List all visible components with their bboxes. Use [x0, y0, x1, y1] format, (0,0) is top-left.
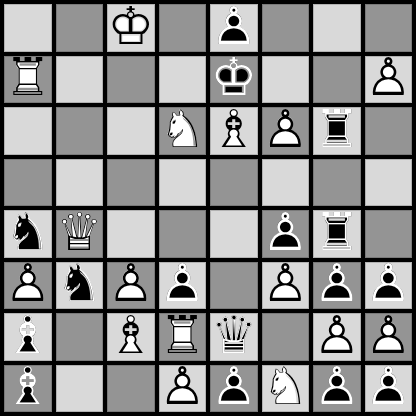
piece-outline-glyph: ♕ — [210, 313, 257, 361]
black-pawn-piece: ♟♙ — [210, 4, 258, 52]
square-d4[interactable] — [159, 210, 207, 258]
square-d6[interactable]: ♞♘ — [159, 107, 207, 155]
square-e6[interactable]: ♝♗ — [210, 107, 258, 155]
black-knight-piece: ♞♘ — [56, 262, 104, 310]
piece-outline-glyph: ♙ — [365, 365, 412, 413]
square-f4[interactable]: ♟♙ — [262, 210, 310, 258]
square-h8[interactable] — [365, 4, 413, 52]
black-bishop-piece: ♝♗ — [4, 365, 52, 413]
square-d8[interactable] — [159, 4, 207, 52]
square-a3[interactable]: ♟♙ — [4, 262, 52, 310]
white-pawn-piece: ♟♙ — [4, 262, 52, 310]
chess-board: ♚♔♟♙♜♖♚♔♟♙♞♘♝♗♟♙♜♖♞♘♛♕♟♙♜♖♟♙♞♘♟♙♟♙♟♙♟♙♟♙… — [0, 0, 416, 416]
square-e2[interactable]: ♛♕ — [210, 313, 258, 361]
piece-outline-glyph: ♙ — [365, 262, 412, 310]
square-f5[interactable] — [262, 159, 310, 207]
piece-outline-glyph: ♙ — [365, 56, 412, 104]
square-b8[interactable] — [56, 4, 104, 52]
black-pawn-piece: ♟♙ — [210, 365, 258, 413]
white-rook-piece: ♜♖ — [159, 313, 207, 361]
square-e7[interactable]: ♚♔ — [210, 56, 258, 104]
square-g1[interactable]: ♟♙ — [313, 365, 361, 413]
square-h6[interactable] — [365, 107, 413, 155]
square-c8[interactable]: ♚♔ — [107, 4, 155, 52]
black-pawn-piece: ♟♙ — [365, 365, 413, 413]
square-g6[interactable]: ♜♖ — [313, 107, 361, 155]
square-a5[interactable] — [4, 159, 52, 207]
square-d3[interactable]: ♟♙ — [159, 262, 207, 310]
square-a4[interactable]: ♞♘ — [4, 210, 52, 258]
square-g4[interactable]: ♜♖ — [313, 210, 361, 258]
square-h1[interactable]: ♟♙ — [365, 365, 413, 413]
white-pawn-piece: ♟♙ — [262, 107, 310, 155]
square-h5[interactable] — [365, 159, 413, 207]
black-pawn-piece: ♟♙ — [159, 262, 207, 310]
square-a2[interactable]: ♝♗ — [4, 313, 52, 361]
square-a8[interactable] — [4, 4, 52, 52]
square-d2[interactable]: ♜♖ — [159, 313, 207, 361]
piece-outline-glyph: ♖ — [313, 107, 360, 155]
square-f8[interactable] — [262, 4, 310, 52]
piece-outline-glyph: ♗ — [210, 107, 257, 155]
black-pawn-piece: ♟♙ — [313, 365, 361, 413]
piece-outline-glyph: ♗ — [4, 313, 51, 361]
square-d5[interactable] — [159, 159, 207, 207]
black-pawn-piece: ♟♙ — [313, 262, 361, 310]
piece-outline-glyph: ♘ — [262, 365, 309, 413]
square-f2[interactable] — [262, 313, 310, 361]
piece-outline-glyph: ♙ — [262, 107, 309, 155]
white-pawn-piece: ♟♙ — [365, 313, 413, 361]
white-king-piece: ♚♔ — [107, 4, 155, 52]
piece-outline-glyph: ♕ — [56, 210, 103, 258]
piece-outline-glyph: ♙ — [210, 4, 257, 52]
piece-outline-glyph: ♙ — [107, 262, 154, 310]
square-h4[interactable] — [365, 210, 413, 258]
piece-outline-glyph: ♘ — [56, 262, 103, 310]
square-e3[interactable] — [210, 262, 258, 310]
square-g5[interactable] — [313, 159, 361, 207]
piece-outline-glyph: ♔ — [210, 56, 257, 104]
piece-outline-glyph: ♙ — [4, 262, 51, 310]
square-c4[interactable] — [107, 210, 155, 258]
white-pawn-piece: ♟♙ — [107, 262, 155, 310]
square-a1[interactable]: ♝♗ — [4, 365, 52, 413]
piece-outline-glyph: ♙ — [210, 365, 257, 413]
black-pawn-piece: ♟♙ — [262, 210, 310, 258]
square-b4[interactable]: ♛♕ — [56, 210, 104, 258]
piece-outline-glyph: ♗ — [107, 313, 154, 361]
white-knight-piece: ♞♘ — [262, 365, 310, 413]
square-e5[interactable] — [210, 159, 258, 207]
square-f1[interactable]: ♞♘ — [262, 365, 310, 413]
white-pawn-piece: ♟♙ — [262, 262, 310, 310]
square-e4[interactable] — [210, 210, 258, 258]
square-h2[interactable]: ♟♙ — [365, 313, 413, 361]
piece-outline-glyph: ♘ — [4, 210, 51, 258]
piece-outline-glyph: ♙ — [262, 210, 309, 258]
white-pawn-piece: ♟♙ — [365, 56, 413, 104]
square-c6[interactable] — [107, 107, 155, 155]
piece-outline-glyph: ♙ — [262, 262, 309, 310]
piece-outline-glyph: ♙ — [159, 365, 206, 413]
square-b2[interactable] — [56, 313, 104, 361]
white-bishop-piece: ♝♗ — [210, 107, 258, 155]
square-c3[interactable]: ♟♙ — [107, 262, 155, 310]
piece-outline-glyph: ♖ — [159, 313, 206, 361]
piece-outline-glyph: ♔ — [107, 4, 154, 52]
black-king-piece: ♚♔ — [210, 56, 258, 104]
black-knight-piece: ♞♘ — [4, 210, 52, 258]
square-g3[interactable]: ♟♙ — [313, 262, 361, 310]
square-e1[interactable]: ♟♙ — [210, 365, 258, 413]
piece-outline-glyph: ♙ — [365, 313, 412, 361]
black-pawn-piece: ♟♙ — [365, 262, 413, 310]
square-c5[interactable] — [107, 159, 155, 207]
black-rook-piece: ♜♖ — [313, 210, 361, 258]
white-queen-piece: ♛♕ — [56, 210, 104, 258]
white-bishop-piece: ♝♗ — [107, 313, 155, 361]
white-rook-piece: ♜♖ — [4, 56, 52, 104]
square-f7[interactable] — [262, 56, 310, 104]
white-knight-piece: ♞♘ — [159, 107, 207, 155]
square-b7[interactable] — [56, 56, 104, 104]
square-e8[interactable]: ♟♙ — [210, 4, 258, 52]
black-queen-piece: ♛♕ — [210, 313, 258, 361]
square-a6[interactable] — [4, 107, 52, 155]
white-pawn-piece: ♟♙ — [159, 365, 207, 413]
piece-outline-glyph: ♖ — [313, 210, 360, 258]
square-h3[interactable]: ♟♙ — [365, 262, 413, 310]
square-c1[interactable] — [107, 365, 155, 413]
square-c2[interactable]: ♝♗ — [107, 313, 155, 361]
square-g2[interactable]: ♟♙ — [313, 313, 361, 361]
square-b5[interactable] — [56, 159, 104, 207]
black-rook-piece: ♜♖ — [313, 107, 361, 155]
piece-outline-glyph: ♙ — [313, 262, 360, 310]
square-b3[interactable]: ♞♘ — [56, 262, 104, 310]
piece-outline-glyph: ♙ — [313, 313, 360, 361]
square-g8[interactable] — [313, 4, 361, 52]
square-f6[interactable]: ♟♙ — [262, 107, 310, 155]
piece-outline-glyph: ♗ — [4, 365, 51, 413]
piece-outline-glyph: ♘ — [159, 107, 206, 155]
square-b6[interactable] — [56, 107, 104, 155]
square-g7[interactable] — [313, 56, 361, 104]
square-c7[interactable] — [107, 56, 155, 104]
piece-outline-glyph: ♙ — [159, 262, 206, 310]
white-pawn-piece: ♟♙ — [313, 313, 361, 361]
square-d7[interactable] — [159, 56, 207, 104]
square-b1[interactable] — [56, 365, 104, 413]
black-bishop-piece: ♝♗ — [4, 313, 52, 361]
square-d1[interactable]: ♟♙ — [159, 365, 207, 413]
square-h7[interactable]: ♟♙ — [365, 56, 413, 104]
piece-outline-glyph: ♙ — [313, 365, 360, 413]
piece-outline-glyph: ♖ — [4, 56, 51, 104]
square-f3[interactable]: ♟♙ — [262, 262, 310, 310]
square-a7[interactable]: ♜♖ — [4, 56, 52, 104]
